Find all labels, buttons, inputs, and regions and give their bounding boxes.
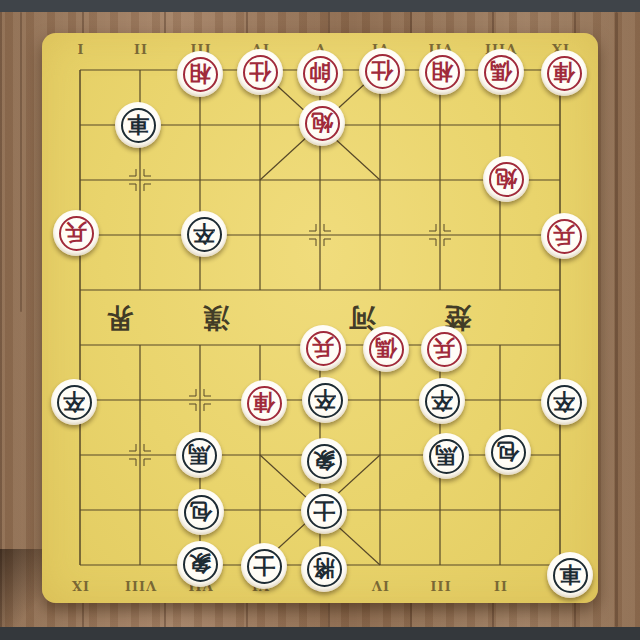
piece-character: 相 [431, 61, 453, 83]
piece-red-elephant[interactable]: 相 [177, 51, 223, 97]
piece-black-advisor[interactable]: 士 [301, 488, 347, 534]
piece-ring: 象 [183, 547, 218, 582]
piece-character: 馬 [188, 444, 210, 466]
piece-ring: 卒 [308, 383, 343, 418]
piece-ring: 兵 [547, 219, 582, 254]
piece-red-soldier[interactable]: 兵 [53, 210, 99, 256]
piece-character: 象 [189, 553, 211, 575]
piece-ring: 卒 [425, 384, 460, 419]
piece-character: 傌 [375, 338, 397, 360]
top-dark-bar [0, 0, 640, 12]
piece-ring: 兵 [59, 216, 94, 251]
piece-character: 馬 [435, 445, 457, 467]
piece-black-horse[interactable]: 馬 [176, 432, 222, 478]
piece-character: 卒 [193, 223, 215, 245]
piece-character: 兵 [65, 222, 87, 244]
piece-ring: 卒 [57, 385, 92, 420]
piece-character: 包 [190, 501, 212, 523]
piece-black-soldier[interactable]: 卒 [181, 211, 227, 257]
photo-scene: IIIIIIIVVVIVIIVIIIIXIXVIIIVIIVIVIVIIIIII… [0, 0, 640, 640]
piece-ring: 炮 [489, 162, 524, 197]
file-label-bottom: IV [371, 578, 389, 593]
piece-character: 士 [313, 500, 335, 522]
piece-character: 相 [189, 63, 211, 85]
piece-black-soldier[interactable]: 卒 [51, 379, 97, 425]
piece-ring: 將 [307, 552, 342, 587]
file-label-bottom: II [493, 578, 507, 593]
piece-character: 俥 [253, 392, 275, 414]
piece-character: 帥 [309, 62, 331, 84]
piece-character: 兵 [553, 225, 575, 247]
piece-red-advisor[interactable]: 仕 [359, 48, 405, 94]
piece-black-cannon[interactable]: 包 [485, 429, 531, 475]
piece-ring: 相 [425, 55, 460, 90]
piece-ring: 兵 [427, 332, 462, 367]
piece-character: 炮 [311, 112, 333, 134]
river-inscription-char: 漢 [203, 300, 230, 336]
wood-grain-streak [20, 12, 22, 312]
bottom-dark-bar [0, 627, 640, 640]
piece-black-advisor[interactable]: 士 [241, 543, 287, 589]
piece-ring: 馬 [182, 438, 217, 473]
file-label-bottom: VIII [124, 578, 156, 593]
piece-ring: 兵 [306, 331, 341, 366]
piece-red-chariot[interactable]: 俥 [541, 50, 587, 96]
piece-character: 包 [497, 441, 519, 463]
piece-red-chariot[interactable]: 俥 [241, 380, 287, 426]
piece-red-elephant[interactable]: 相 [419, 49, 465, 95]
piece-ring: 包 [184, 495, 219, 530]
piece-red-soldier[interactable]: 兵 [421, 326, 467, 372]
piece-ring: 仕 [243, 55, 278, 90]
file-label-top: I [76, 41, 83, 56]
file-label-bottom: III [429, 578, 450, 593]
piece-black-chariot[interactable]: 車 [115, 102, 161, 148]
piece-black-general[interactable]: 將 [301, 546, 347, 592]
piece-red-cannon[interactable]: 炮 [483, 156, 529, 202]
piece-character: 將 [313, 558, 335, 580]
piece-ring: 俥 [547, 56, 582, 91]
piece-character: 車 [127, 114, 149, 136]
piece-character: 俥 [553, 62, 575, 84]
piece-ring: 仕 [365, 54, 400, 89]
piece-ring: 卒 [187, 217, 222, 252]
piece-ring: 相 [183, 57, 218, 92]
piece-ring: 包 [491, 435, 526, 470]
piece-character: 仕 [371, 60, 393, 82]
piece-ring: 帥 [303, 56, 338, 91]
piece-ring: 卒 [547, 385, 582, 420]
piece-red-horse[interactable]: 傌 [363, 326, 409, 372]
piece-black-soldier[interactable]: 卒 [419, 378, 465, 424]
file-label-bottom: IX [71, 578, 89, 593]
piece-ring: 車 [553, 558, 588, 593]
piece-black-horse[interactable]: 馬 [423, 433, 469, 479]
piece-red-cannon[interactable]: 炮 [299, 100, 345, 146]
piece-black-cannon[interactable]: 包 [178, 489, 224, 535]
piece-character: 車 [559, 564, 581, 586]
piece-red-general[interactable]: 帥 [297, 50, 343, 96]
piece-ring: 俥 [247, 386, 282, 421]
river-inscription-char: 界 [107, 300, 134, 336]
wood-grain-streak [615, 12, 618, 627]
piece-ring: 車 [121, 108, 156, 143]
piece-character: 卒 [553, 391, 575, 413]
piece-character: 士 [253, 555, 275, 577]
piece-black-soldier[interactable]: 卒 [302, 377, 348, 423]
piece-character: 兵 [312, 337, 334, 359]
file-label-top: II [133, 41, 147, 56]
piece-black-elephant[interactable]: 象 [177, 541, 223, 587]
piece-ring: 士 [307, 494, 342, 529]
piece-character: 卒 [314, 389, 336, 411]
piece-character: 卒 [63, 391, 85, 413]
piece-red-soldier[interactable]: 兵 [300, 325, 346, 371]
piece-ring: 炮 [305, 106, 340, 141]
piece-character: 兵 [433, 338, 455, 360]
piece-ring: 馬 [429, 439, 464, 474]
piece-character: 傌 [490, 61, 512, 83]
piece-black-soldier[interactable]: 卒 [541, 379, 587, 425]
piece-character: 卒 [431, 390, 453, 412]
piece-ring: 士 [247, 549, 282, 584]
piece-character: 炮 [495, 168, 517, 190]
piece-black-elephant[interactable]: 象 [301, 438, 347, 484]
piece-character: 象 [313, 450, 335, 472]
piece-red-advisor[interactable]: 仕 [237, 49, 283, 95]
piece-character: 仕 [249, 61, 271, 83]
piece-ring: 傌 [369, 332, 404, 367]
piece-ring: 象 [307, 444, 342, 479]
piece-red-soldier[interactable]: 兵 [541, 213, 587, 259]
xiangqi-board[interactable]: IIIIIIIVVVIVIIVIIIIXIXVIIIVIIVIVIVIIIIII… [42, 33, 598, 603]
piece-red-horse[interactable]: 傌 [478, 49, 524, 95]
piece-ring: 傌 [484, 55, 519, 90]
piece-black-chariot[interactable]: 車 [547, 552, 593, 598]
